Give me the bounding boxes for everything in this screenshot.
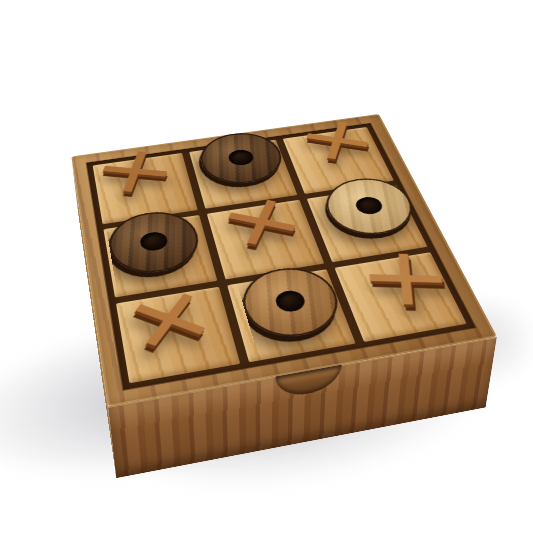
cell-r2-c0[interactable]: ✕: [116, 287, 240, 384]
board-grid: ✕✕✕✕✕: [87, 123, 476, 390]
piece-x[interactable]: ✕: [287, 109, 393, 175]
perspective-stage: ✕✕✕✕✕: [0, 0, 533, 533]
piece-x[interactable]: ✕: [83, 138, 192, 210]
cell-r2-c1[interactable]: [227, 269, 355, 362]
piece-x[interactable]: ✕: [208, 185, 320, 264]
game-box: ✕✕✕✕✕: [71, 114, 497, 407]
piece-o[interactable]: [194, 129, 289, 189]
product-photo-scene: ✕✕✕✕✕: [0, 0, 533, 533]
cell-r2-c2[interactable]: ✕: [334, 252, 466, 342]
cell-r1-c1[interactable]: ✕: [207, 200, 324, 280]
piece-x[interactable]: ✕: [344, 236, 473, 327]
piece-x[interactable]: ✕: [118, 277, 228, 369]
